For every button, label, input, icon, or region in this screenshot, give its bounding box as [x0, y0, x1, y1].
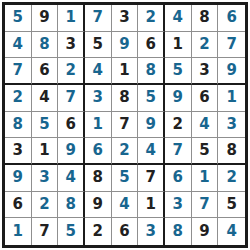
given-digit: 5 — [226, 197, 236, 212]
user-digit: 9 — [145, 117, 155, 132]
given-digit: 1 — [39, 143, 49, 158]
cell-r3c6[interactable]: 8 — [138, 58, 165, 85]
given-digit: 8 — [93, 170, 103, 185]
cell-r9c8[interactable]: 9 — [192, 218, 219, 245]
user-digit: 8 — [65, 197, 75, 212]
cell-r8c3[interactable]: 8 — [58, 192, 85, 219]
given-digit: 3 — [199, 63, 209, 78]
given-digit: 5 — [199, 143, 209, 158]
user-digit: 4 — [93, 63, 103, 78]
given-digit: 6 — [145, 37, 155, 52]
cell-r3c2[interactable]: 6 — [32, 58, 59, 85]
cell-r2c4[interactable]: 5 — [85, 32, 112, 59]
cell-r6c2[interactable]: 1 — [32, 138, 59, 165]
cell-r7c2[interactable]: 3 — [32, 165, 59, 192]
user-digit: 3 — [226, 117, 236, 132]
cell-r6c5[interactable]: 2 — [112, 138, 139, 165]
cell-r3c5[interactable]: 1 — [112, 58, 139, 85]
user-digit: 9 — [65, 143, 75, 158]
cell-r4c8[interactable]: 6 — [192, 85, 219, 112]
user-digit: 4 — [119, 197, 129, 212]
cell-r1c3[interactable]: 1 — [58, 5, 85, 32]
cell-r2c3[interactable]: 3 — [58, 32, 85, 59]
user-digit: 7 — [93, 10, 103, 25]
user-digit: 9 — [173, 90, 183, 105]
cell-r2c7[interactable]: 1 — [165, 32, 192, 59]
user-digit: 8 — [13, 117, 23, 132]
cell-r8c4[interactable]: 9 — [85, 192, 112, 219]
cell-r3c9[interactable]: 9 — [218, 58, 245, 85]
given-digit: 8 — [119, 90, 129, 105]
user-digit: 5 — [39, 117, 49, 132]
user-digit: 5 — [13, 10, 23, 25]
user-digit: 2 — [145, 10, 155, 25]
cell-r7c7[interactable]: 6 — [165, 165, 192, 192]
cell-r8c5[interactable]: 4 — [112, 192, 139, 219]
user-digit: 7 — [173, 143, 183, 158]
user-digit: 3 — [173, 197, 183, 212]
cell-r2c8[interactable]: 2 — [192, 32, 219, 59]
cell-r9c9[interactable]: 4 — [218, 218, 245, 245]
cell-r1c1[interactable]: 5 — [5, 5, 32, 32]
user-digit: 8 — [145, 63, 155, 78]
given-digit: 1 — [119, 63, 129, 78]
cell-r9c4[interactable]: 2 — [85, 218, 112, 245]
cell-r9c5[interactable]: 6 — [112, 218, 139, 245]
cell-r7c5[interactable]: 5 — [112, 165, 139, 192]
cell-r2c1[interactable]: 4 — [5, 32, 32, 59]
user-digit: 3 — [39, 170, 49, 185]
user-digit: 6 — [173, 170, 183, 185]
given-digit: 9 — [199, 224, 209, 239]
user-digit: 1 — [93, 117, 103, 132]
cell-r5c7[interactable]: 2 — [165, 112, 192, 139]
cell-r2c5[interactable]: 9 — [112, 32, 139, 59]
user-digit: 1 — [13, 224, 23, 239]
user-digit: 5 — [119, 170, 129, 185]
sudoku-app: 5917324864835961277624185392473859618561… — [0, 0, 250, 250]
given-digit: 8 — [226, 143, 236, 158]
cell-r6c4[interactable]: 6 — [85, 138, 112, 165]
cell-r2c2[interactable]: 8 — [32, 32, 59, 59]
cell-r6c1[interactable]: 3 — [5, 138, 32, 165]
cell-r4c4[interactable]: 3 — [85, 85, 112, 112]
cell-r5c9[interactable]: 3 — [218, 112, 245, 139]
cell-r1c6[interactable]: 2 — [138, 5, 165, 32]
user-digit: 5 — [65, 224, 75, 239]
user-digit: 1 — [65, 10, 75, 25]
cell-r7c9[interactable]: 2 — [218, 165, 245, 192]
cell-r4c7[interactable]: 9 — [165, 85, 192, 112]
user-digit: 6 — [93, 143, 103, 158]
sudoku-board: 5917324864835961277624185392473859618561… — [2, 2, 248, 248]
user-digit: 7 — [65, 90, 75, 105]
cell-r1c5[interactable]: 3 — [112, 5, 139, 32]
cell-r7c6[interactable]: 7 — [138, 165, 165, 192]
given-digit: 8 — [199, 10, 209, 25]
user-digit: 2 — [199, 37, 209, 52]
user-digit: 3 — [145, 224, 155, 239]
given-digit: 6 — [65, 117, 75, 132]
user-digit: 8 — [173, 224, 183, 239]
cell-r3c3[interactable]: 2 — [58, 58, 85, 85]
cell-r9c7[interactable]: 8 — [165, 218, 192, 245]
user-digit: 7 — [226, 37, 236, 52]
given-digit: 2 — [93, 224, 103, 239]
cell-r7c8[interactable]: 1 — [192, 165, 219, 192]
user-digit: 2 — [65, 63, 75, 78]
cell-r7c4[interactable]: 8 — [85, 165, 112, 192]
user-digit: 2 — [119, 143, 129, 158]
cell-r1c9[interactable]: 6 — [218, 5, 245, 32]
user-digit: 7 — [13, 63, 23, 78]
cell-r8c9[interactable]: 5 — [218, 192, 245, 219]
cell-r5c3[interactable]: 6 — [58, 112, 85, 139]
cell-r8c7[interactable]: 3 — [165, 192, 192, 219]
given-digit: 4 — [39, 90, 49, 105]
cell-r6c9[interactable]: 8 — [218, 138, 245, 165]
cell-r6c8[interactable]: 5 — [192, 138, 219, 165]
given-digit: 3 — [13, 143, 23, 158]
cell-r3c8[interactable]: 3 — [192, 58, 219, 85]
user-digit: 4 — [173, 10, 183, 25]
cell-r8c8[interactable]: 7 — [192, 192, 219, 219]
given-digit: 9 — [93, 197, 103, 212]
user-digit: 4 — [145, 143, 155, 158]
cell-r9c3[interactable]: 5 — [58, 218, 85, 245]
cell-r9c2[interactable]: 7 — [32, 218, 59, 245]
given-digit: 9 — [39, 10, 49, 25]
cell-r4c6[interactable]: 5 — [138, 85, 165, 112]
cell-r5c2[interactable]: 5 — [32, 112, 59, 139]
given-digit: 3 — [119, 10, 129, 25]
cell-r6c3[interactable]: 9 — [58, 138, 85, 165]
cell-r5c1[interactable]: 8 — [5, 112, 32, 139]
given-digit: 6 — [199, 90, 209, 105]
cell-r2c6[interactable]: 6 — [138, 32, 165, 59]
given-digit: 5 — [93, 37, 103, 52]
user-digit: 2 — [226, 170, 236, 185]
cell-r3c7[interactable]: 5 — [165, 58, 192, 85]
cell-r9c1[interactable]: 1 — [5, 218, 32, 245]
cell-r4c9[interactable]: 1 — [218, 85, 245, 112]
cell-r6c6[interactable]: 4 — [138, 138, 165, 165]
given-digit: 7 — [39, 224, 49, 239]
given-digit: 6 — [39, 63, 49, 78]
cell-r1c8[interactable]: 8 — [192, 5, 219, 32]
user-digit: 5 — [173, 63, 183, 78]
cell-r7c3[interactable]: 4 — [58, 165, 85, 192]
user-digit: 9 — [119, 37, 129, 52]
cell-r7c1[interactable]: 9 — [5, 165, 32, 192]
user-digit: 2 — [39, 197, 49, 212]
cell-r3c1[interactable]: 7 — [5, 58, 32, 85]
user-digit: 4 — [65, 170, 75, 185]
given-digit: 1 — [145, 197, 155, 212]
user-digit: 9 — [13, 170, 23, 185]
cell-r4c3[interactable]: 7 — [58, 85, 85, 112]
cell-r4c5[interactable]: 8 — [112, 85, 139, 112]
cell-r3c4[interactable]: 4 — [85, 58, 112, 85]
user-digit: 1 — [199, 170, 209, 185]
given-digit: 6 — [119, 224, 129, 239]
cell-r8c1[interactable]: 6 — [5, 192, 32, 219]
cell-r6c7[interactable]: 7 — [165, 138, 192, 165]
cell-r8c6[interactable]: 1 — [138, 192, 165, 219]
user-digit: 4 — [13, 37, 23, 52]
cell-r5c8[interactable]: 4 — [192, 112, 219, 139]
cell-r4c1[interactable]: 2 — [5, 85, 32, 112]
user-digit: 8 — [39, 37, 49, 52]
cell-r8c2[interactable]: 2 — [32, 192, 59, 219]
user-digit: 5 — [145, 90, 155, 105]
given-digit: 3 — [65, 37, 75, 52]
cell-r1c7[interactable]: 4 — [165, 5, 192, 32]
cell-r9c6[interactable]: 3 — [138, 218, 165, 245]
given-digit: 6 — [13, 197, 23, 212]
user-digit: 7 — [199, 197, 209, 212]
user-digit: 6 — [226, 10, 236, 25]
user-digit: 9 — [226, 63, 236, 78]
given-digit: 1 — [173, 37, 183, 52]
cell-r2c9[interactable]: 7 — [218, 32, 245, 59]
user-digit: 4 — [199, 117, 209, 132]
given-digit: 2 — [173, 117, 183, 132]
cell-r1c4[interactable]: 7 — [85, 5, 112, 32]
cell-r5c5[interactable]: 7 — [112, 112, 139, 139]
user-digit: 4 — [226, 224, 236, 239]
user-digit: 3 — [93, 90, 103, 105]
cell-r1c2[interactable]: 9 — [32, 5, 59, 32]
cell-r5c4[interactable]: 1 — [85, 112, 112, 139]
cell-r4c2[interactable]: 4 — [32, 85, 59, 112]
user-digit: 2 — [13, 90, 23, 105]
user-digit: 1 — [226, 90, 236, 105]
given-digit: 7 — [145, 170, 155, 185]
given-digit: 7 — [119, 117, 129, 132]
cell-r5c6[interactable]: 9 — [138, 112, 165, 139]
